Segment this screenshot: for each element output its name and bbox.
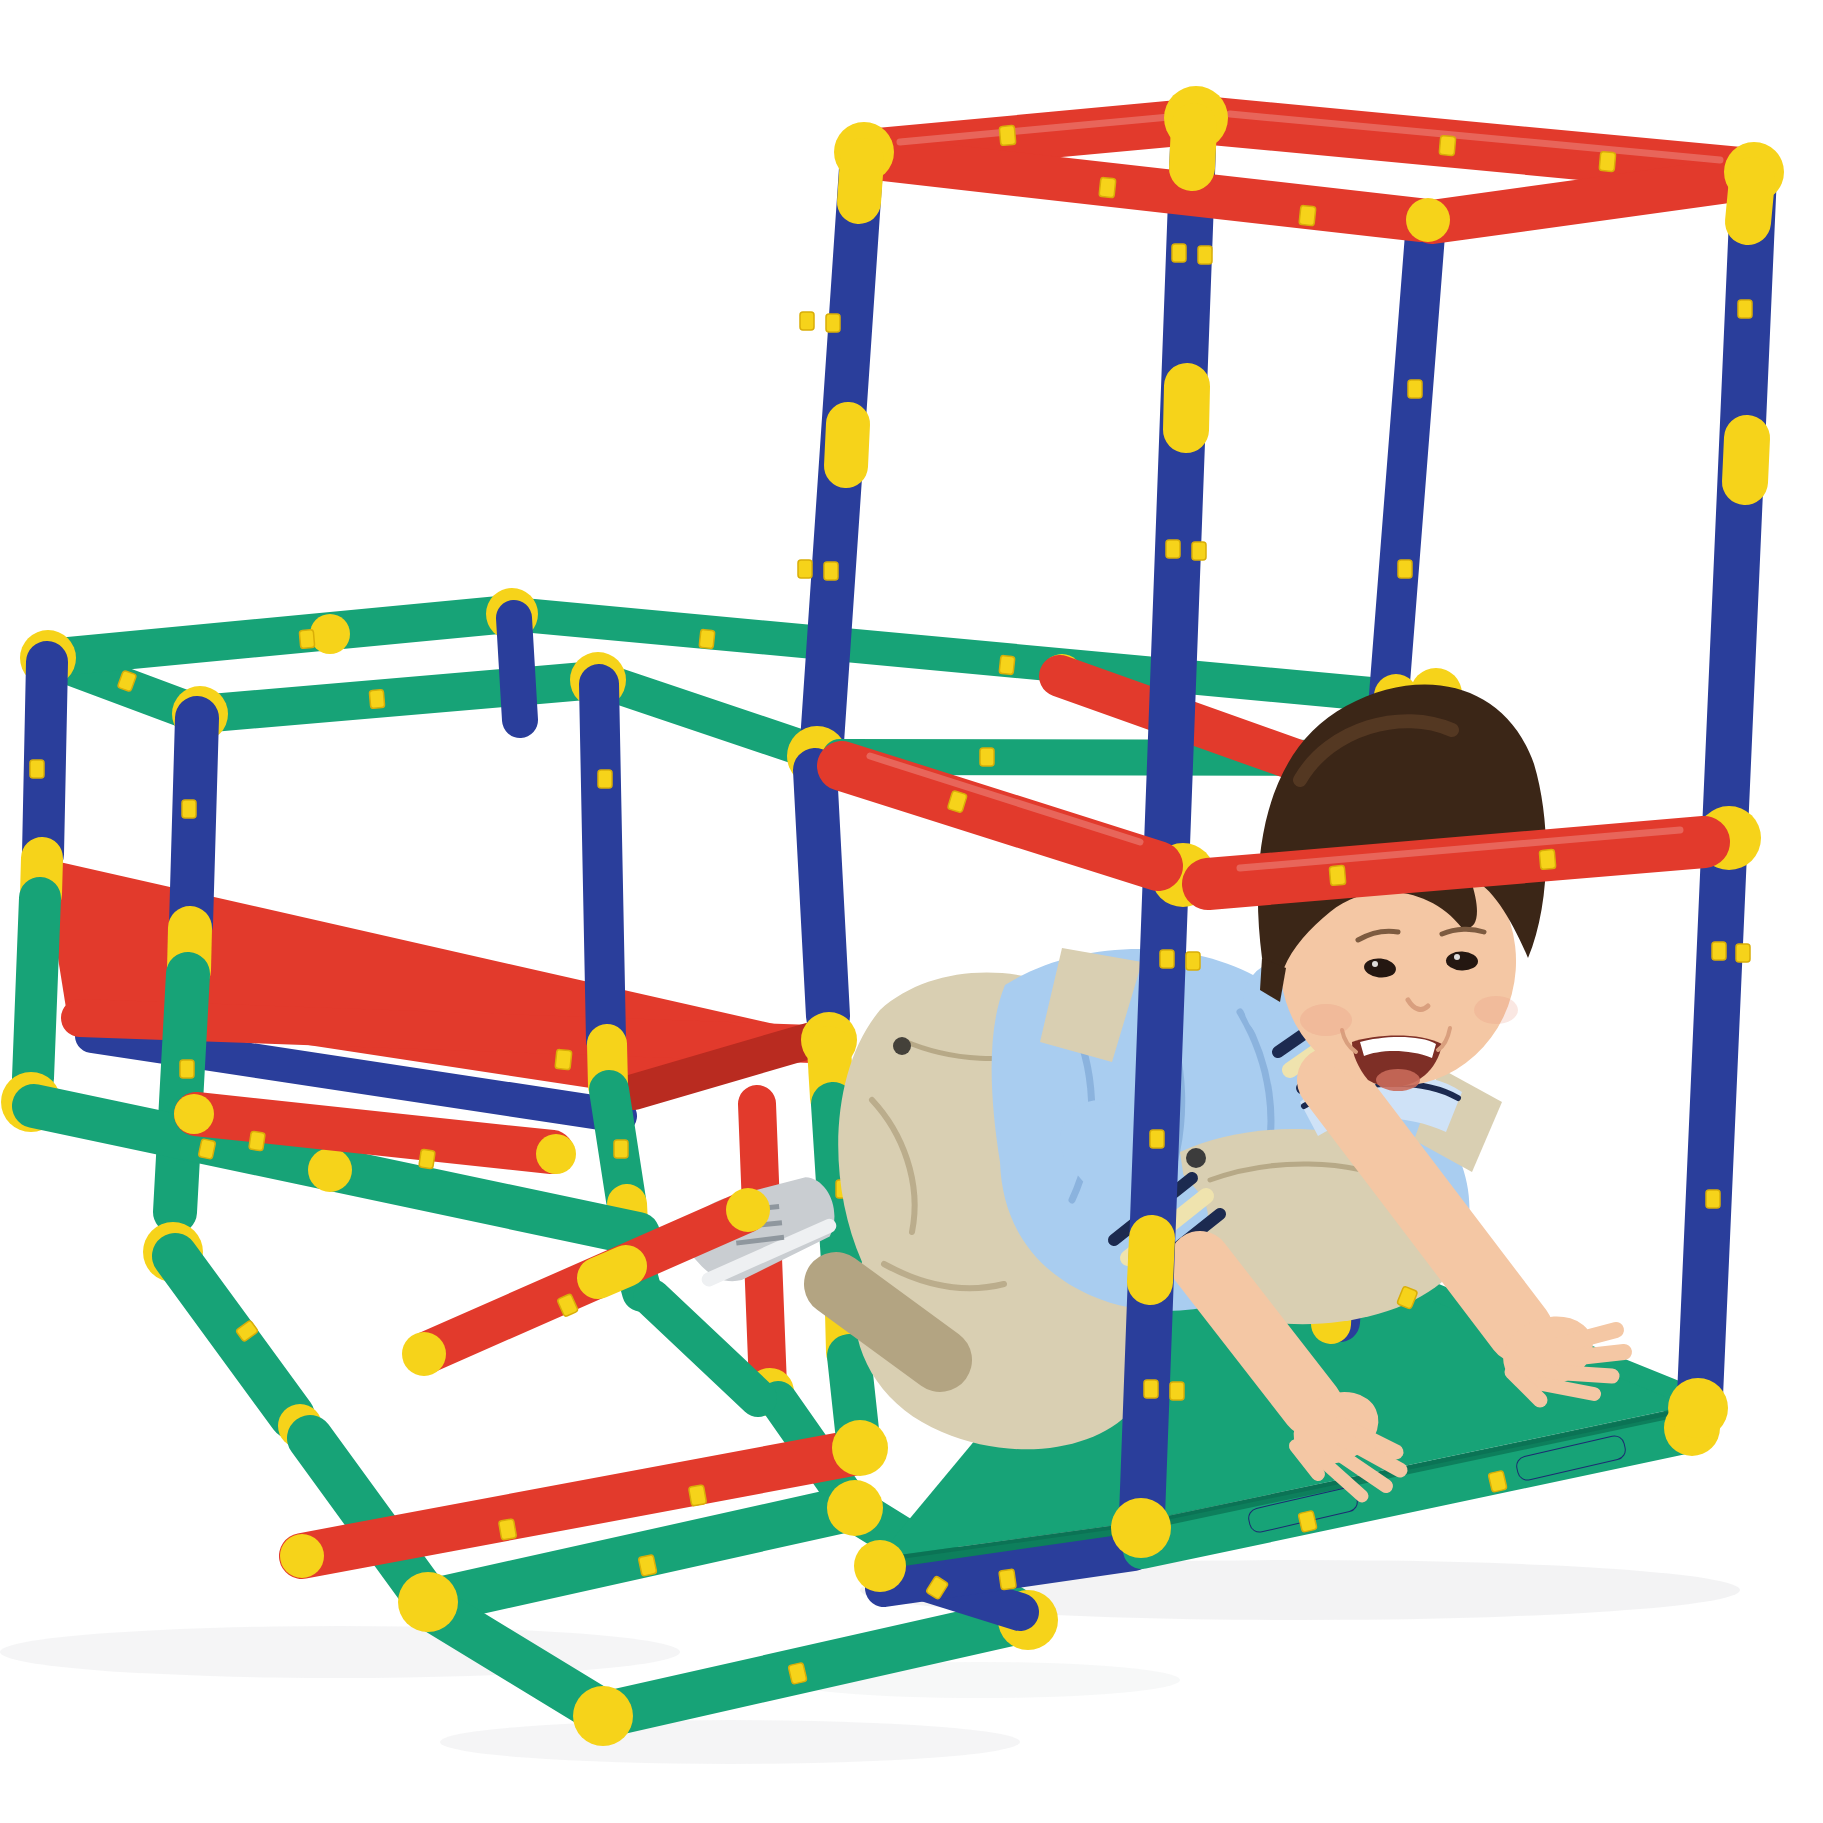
climbing-frame-photo xyxy=(0,0,1823,1823)
left-cube-posts xyxy=(1,618,848,1592)
mid-red-bar-left xyxy=(842,766,1158,866)
tower-right-post xyxy=(1700,174,1754,1396)
photo-canvas xyxy=(0,0,1823,1823)
top-far-connector xyxy=(1406,198,1450,242)
red-seat-platform xyxy=(42,858,818,1116)
